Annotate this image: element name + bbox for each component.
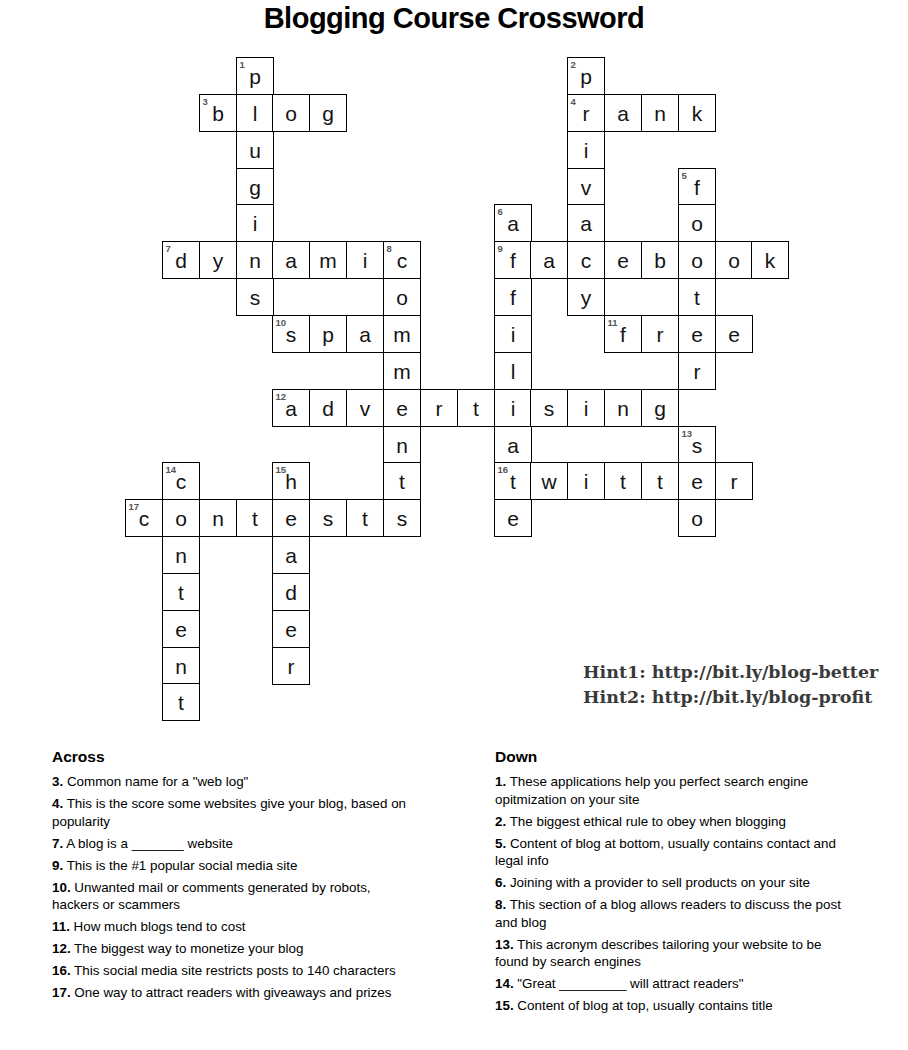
cell-r6-c3[interactable]: s: [236, 278, 274, 316]
clue-across-4: 4. This is the score some websites give …: [52, 795, 420, 830]
cell-r12-c2[interactable]: n: [199, 499, 237, 537]
clue-number: 1.: [495, 774, 506, 789]
clue-number: 15.: [495, 998, 514, 1013]
cell-r11-c1[interactable]: 14c: [162, 462, 200, 500]
cell-letter: t: [384, 469, 420, 495]
cell-r6-c12[interactable]: y: [567, 278, 605, 316]
cell-r11-c10[interactable]: 16t: [494, 462, 532, 500]
clue-number: 11.: [52, 919, 70, 934]
cell-letter: o: [273, 101, 309, 127]
cell-r5-c6[interactable]: i: [346, 241, 384, 279]
cell-r2-c12[interactable]: i: [567, 131, 605, 169]
cell-r4-c12[interactable]: a: [567, 204, 605, 242]
cell-r4-c15[interactable]: o: [678, 204, 716, 242]
clue-across-7: 7. A blog is a _______ website: [52, 835, 420, 853]
cell-letter: n: [642, 101, 678, 127]
cell-r0-c3[interactable]: 1p: [236, 57, 274, 95]
clue-across-17: 17. One way to attract readers with give…: [52, 984, 420, 1002]
cell-letter: i: [568, 469, 604, 495]
cell-letter: b: [200, 101, 236, 127]
clue-number: 8.: [495, 897, 506, 912]
clue-number: 4.: [52, 796, 63, 811]
cell-r1-c4[interactable]: o: [272, 94, 310, 132]
cell-r5-c10[interactable]: 9f: [494, 241, 532, 279]
cell-letter: n: [163, 654, 199, 680]
cell-letter: a: [347, 322, 383, 348]
clue-number: 12.: [52, 941, 71, 956]
clue-down-2: 2. The biggest ethical rule to obey when…: [495, 813, 851, 831]
cell-r3-c15[interactable]: 5f: [678, 168, 716, 206]
cell-letter: g: [310, 101, 346, 127]
cell-r12-c3[interactable]: t: [236, 499, 274, 537]
cell-r11-c11[interactable]: w: [530, 462, 568, 500]
cell-r11-c16[interactable]: r: [715, 462, 753, 500]
cell-letter: s: [679, 433, 715, 459]
cell-r13-c1[interactable]: n: [162, 536, 200, 574]
cell-letter: f: [495, 248, 531, 274]
cell-r9-c13[interactable]: n: [604, 389, 642, 427]
cell-letter: r: [273, 654, 309, 680]
cell-r17-c1[interactable]: t: [162, 683, 200, 721]
cell-letter: a: [273, 396, 309, 422]
cell-letter: t: [605, 469, 641, 495]
cell-letter: t: [458, 396, 494, 422]
cell-letter: c: [568, 248, 604, 274]
cell-letter: r: [716, 469, 752, 495]
clue-number: 13.: [495, 937, 514, 952]
cell-letter: a: [605, 101, 641, 127]
cell-r5-c4[interactable]: a: [272, 241, 310, 279]
cell-r10-c15[interactable]: 13s: [678, 426, 716, 464]
cell-letter: e: [163, 617, 199, 643]
cell-r9-c7[interactable]: e: [383, 389, 421, 427]
down-clues-section: Down 1. These applications help you perf…: [495, 747, 851, 1019]
clue-down-1: 1. These applications help you perfect s…: [495, 773, 851, 808]
cell-letter: t: [642, 469, 678, 495]
clue-number: 2.: [495, 814, 506, 829]
cell-r7-c7[interactable]: m: [383, 315, 421, 353]
cell-letter: f: [679, 175, 715, 201]
cell-letter: i: [495, 396, 531, 422]
cell-r12-c0[interactable]: 17c: [125, 499, 163, 537]
clue-number: 3.: [52, 774, 63, 789]
cell-letter: n: [384, 433, 420, 459]
cell-letter: u: [237, 138, 273, 164]
cell-letter: m: [384, 322, 420, 348]
cell-r11-c7[interactable]: t: [383, 462, 421, 500]
clue-down-13: 13. This acronym describes tailoring you…: [495, 936, 851, 971]
cell-letter: n: [237, 248, 273, 274]
cell-letter: i: [568, 396, 604, 422]
cell-letter: o: [384, 285, 420, 311]
across-heading: Across: [52, 747, 420, 766]
cell-r3-c3[interactable]: g: [236, 168, 274, 206]
cell-r8-c15[interactable]: r: [678, 352, 716, 390]
cell-letter: s: [384, 506, 420, 532]
down-clue-list: 1. These applications help you perfect s…: [495, 773, 851, 1015]
cell-r1-c15[interactable]: k: [678, 94, 716, 132]
cell-letter: w: [531, 469, 567, 495]
cell-letter: p: [310, 322, 346, 348]
cell-letter: b: [642, 248, 678, 274]
crossword-page: Blogging Course Crossword 1p2p3blog4rank…: [0, 0, 908, 1050]
across-clue-list: 3. Common name for a "web log"4. This is…: [52, 773, 420, 1002]
down-heading: Down: [495, 747, 851, 766]
cell-letter: t: [163, 580, 199, 606]
cell-r5-c5[interactable]: m: [309, 241, 347, 279]
cell-r7-c5[interactable]: p: [309, 315, 347, 353]
clue-number: 7.: [52, 836, 63, 851]
cell-letter: t: [679, 285, 715, 311]
cell-r2-c3[interactable]: u: [236, 131, 274, 169]
cell-r12-c6[interactable]: t: [346, 499, 384, 537]
cell-r0-c12[interactable]: 2p: [567, 57, 605, 95]
clue-down-5: 5. Content of blog at bottom, usually co…: [495, 835, 851, 870]
cell-letter: e: [679, 322, 715, 348]
cell-letter: i: [237, 211, 273, 237]
cell-r1-c3[interactable]: l: [236, 94, 274, 132]
cell-r11-c14[interactable]: t: [641, 462, 679, 500]
cell-letter: g: [642, 396, 678, 422]
cell-r4-c10[interactable]: 6a: [494, 204, 532, 242]
cell-r15-c1[interactable]: e: [162, 610, 200, 648]
cell-letter: e: [273, 617, 309, 643]
cell-r12-c4[interactable]: e: [272, 499, 310, 537]
cell-r5-c17[interactable]: k: [751, 241, 789, 279]
cell-r7-c6[interactable]: a: [346, 315, 384, 353]
cell-r6-c15[interactable]: t: [678, 278, 716, 316]
cell-letter: a: [495, 433, 531, 459]
cell-r14-c4[interactable]: d: [272, 573, 310, 611]
cell-letter: v: [568, 175, 604, 201]
cell-r9-c5[interactable]: d: [309, 389, 347, 427]
cell-letter: f: [495, 285, 531, 311]
cell-r9-c9[interactable]: t: [457, 389, 495, 427]
cell-r5-c7[interactable]: 8c: [383, 241, 421, 279]
cell-r12-c7[interactable]: s: [383, 499, 421, 537]
cell-letter: n: [605, 396, 641, 422]
clue-across-3: 3. Common name for a "web log": [52, 773, 420, 791]
clue-number: 5.: [495, 836, 506, 851]
cell-letter: d: [273, 580, 309, 606]
cell-r7-c15[interactable]: e: [678, 315, 716, 353]
cell-letter: k: [752, 248, 788, 274]
cell-letter: l: [495, 359, 531, 385]
cell-letter: l: [237, 101, 273, 127]
cell-letter: s: [531, 396, 567, 422]
cell-letter: s: [310, 506, 346, 532]
cell-r15-c4[interactable]: e: [272, 610, 310, 648]
cell-r9-c4[interactable]: 12a: [272, 389, 310, 427]
cell-letter: n: [200, 506, 236, 532]
cell-r12-c1[interactable]: o: [162, 499, 200, 537]
clue-across-12: 12. The biggest way to monetize your blo…: [52, 940, 420, 958]
cell-r8-c10[interactable]: l: [494, 352, 532, 390]
clue-down-8: 8. This section of a blog allows readers…: [495, 896, 851, 931]
cell-letter: e: [679, 469, 715, 495]
cell-letter: d: [310, 396, 346, 422]
cell-letter: m: [384, 359, 420, 385]
cell-r7-c10[interactable]: i: [494, 315, 532, 353]
clue-across-16: 16. This social media site restricts pos…: [52, 962, 420, 980]
clue-number: 10.: [52, 880, 71, 895]
cell-r1-c14[interactable]: n: [641, 94, 679, 132]
cell-letter: s: [273, 322, 309, 348]
cell-r5-c3[interactable]: n: [236, 241, 274, 279]
cell-letter: c: [126, 506, 162, 532]
cell-letter: p: [568, 64, 604, 90]
cell-r6-c7[interactable]: o: [383, 278, 421, 316]
cell-letter: m: [310, 248, 346, 274]
cell-r16-c4[interactable]: r: [272, 647, 310, 685]
cell-r9-c11[interactable]: s: [530, 389, 568, 427]
cell-r9-c12[interactable]: i: [567, 389, 605, 427]
hint2-url: Hint2: http://bit.ly/blog-profit: [583, 685, 878, 710]
cell-r5-c13[interactable]: e: [604, 241, 642, 279]
cell-r6-c10[interactable]: f: [494, 278, 532, 316]
cell-r10-c10[interactable]: a: [494, 426, 532, 464]
cell-letter: c: [163, 469, 199, 495]
clue-number: 14.: [495, 976, 514, 991]
cell-r3-c12[interactable]: v: [567, 168, 605, 206]
cell-letter: r: [679, 359, 715, 385]
across-clues-section: Across 3. Common name for a "web log"4. …: [52, 747, 420, 1006]
cell-letter: e: [716, 322, 752, 348]
cell-letter: t: [237, 506, 273, 532]
cell-r7-c14[interactable]: r: [641, 315, 679, 353]
cell-letter: h: [273, 469, 309, 495]
cell-r8-c7[interactable]: m: [383, 352, 421, 390]
cell-letter: n: [163, 543, 199, 569]
cell-r16-c1[interactable]: n: [162, 647, 200, 685]
clue-down-15: 15. Content of blog at top, usually cont…: [495, 997, 851, 1015]
cell-letter: y: [568, 285, 604, 311]
cell-letter: s: [237, 285, 273, 311]
cell-letter: a: [273, 248, 309, 274]
cell-letter: i: [568, 138, 604, 164]
cell-letter: t: [495, 469, 531, 495]
clue-across-10: 10. Unwanted mail or comments generated …: [52, 879, 420, 914]
cell-letter: o: [679, 506, 715, 532]
cell-r1-c13[interactable]: a: [604, 94, 642, 132]
cell-r7-c16[interactable]: e: [715, 315, 753, 353]
cell-r9-c14[interactable]: g: [641, 389, 679, 427]
clue-across-9: 9. This is the #1 popular social media s…: [52, 857, 420, 875]
cell-letter: o: [679, 248, 715, 274]
crossword-grid: 1p2p3blog4rankuigv5fi6aao7dynami8c9faceb…: [125, 57, 795, 727]
cell-letter: e: [605, 248, 641, 274]
cell-r12-c15[interactable]: o: [678, 499, 716, 537]
cell-letter: d: [163, 248, 199, 274]
cell-r5-c14[interactable]: b: [641, 241, 679, 279]
cell-letter: c: [384, 248, 420, 274]
cell-r5-c11[interactable]: a: [530, 241, 568, 279]
cell-letter: a: [495, 211, 531, 237]
cell-r11-c15[interactable]: e: [678, 462, 716, 500]
cell-letter: r: [568, 101, 604, 127]
cell-r5-c16[interactable]: o: [715, 241, 753, 279]
cell-r5-c2[interactable]: y: [199, 241, 237, 279]
cell-letter: p: [237, 64, 273, 90]
cell-letter: t: [347, 506, 383, 532]
cell-letter: e: [384, 396, 420, 422]
hint1-url: Hint1: http://bit.ly/blog-better: [583, 660, 878, 685]
cell-letter: i: [495, 322, 531, 348]
cell-r7-c13[interactable]: 11f: [604, 315, 642, 353]
cell-letter: o: [163, 506, 199, 532]
cell-r5-c15[interactable]: o: [678, 241, 716, 279]
cell-r5-c1[interactable]: 7d: [162, 241, 200, 279]
cell-r1-c2[interactable]: 3b: [199, 94, 237, 132]
clue-number: 17.: [52, 985, 71, 1000]
hints-block: Hint1: http://bit.ly/blog-better Hint2: …: [583, 660, 878, 710]
cell-r4-c3[interactable]: i: [236, 204, 274, 242]
cell-r12-c10[interactable]: e: [494, 499, 532, 537]
clue-across-11: 11. How much blogs tend to cost: [52, 918, 420, 936]
clue-down-6: 6. Joining with a provider to sell produ…: [495, 874, 851, 892]
cell-letter: e: [495, 506, 531, 532]
cell-r9-c10[interactable]: i: [494, 389, 532, 427]
cell-r9-c8[interactable]: r: [420, 389, 458, 427]
cell-letter: o: [716, 248, 752, 274]
clue-number: 6.: [495, 875, 506, 890]
clue-down-14: 14. "Great _________ will attract reader…: [495, 975, 851, 993]
cell-r11-c4[interactable]: 15h: [272, 462, 310, 500]
cell-r14-c1[interactable]: t: [162, 573, 200, 611]
cell-r7-c4[interactable]: 10s: [272, 315, 310, 353]
cell-r1-c5[interactable]: g: [309, 94, 347, 132]
cell-r9-c6[interactable]: v: [346, 389, 384, 427]
cell-r1-c12[interactable]: 4r: [567, 94, 605, 132]
cell-letter: o: [679, 211, 715, 237]
cell-letter: r: [421, 396, 457, 422]
cell-letter: g: [237, 175, 273, 201]
cell-letter: k: [679, 101, 715, 127]
page-title: Blogging Course Crossword: [0, 2, 908, 35]
cell-r13-c4[interactable]: a: [272, 536, 310, 574]
cell-letter: i: [347, 248, 383, 274]
cell-letter: e: [273, 506, 309, 532]
clue-number: 9.: [52, 858, 63, 873]
cell-letter: a: [531, 248, 567, 274]
cell-letter: r: [642, 322, 678, 348]
cell-r11-c13[interactable]: t: [604, 462, 642, 500]
cell-r12-c5[interactable]: s: [309, 499, 347, 537]
cell-letter: f: [605, 322, 641, 348]
cell-letter: v: [347, 396, 383, 422]
cell-letter: t: [163, 690, 199, 716]
clue-number: 16.: [52, 963, 71, 978]
cell-letter: a: [568, 211, 604, 237]
cell-r10-c7[interactable]: n: [383, 426, 421, 464]
cell-r11-c12[interactable]: i: [567, 462, 605, 500]
cell-letter: y: [200, 248, 236, 274]
cell-letter: a: [273, 543, 309, 569]
cell-r5-c12[interactable]: c: [567, 241, 605, 279]
